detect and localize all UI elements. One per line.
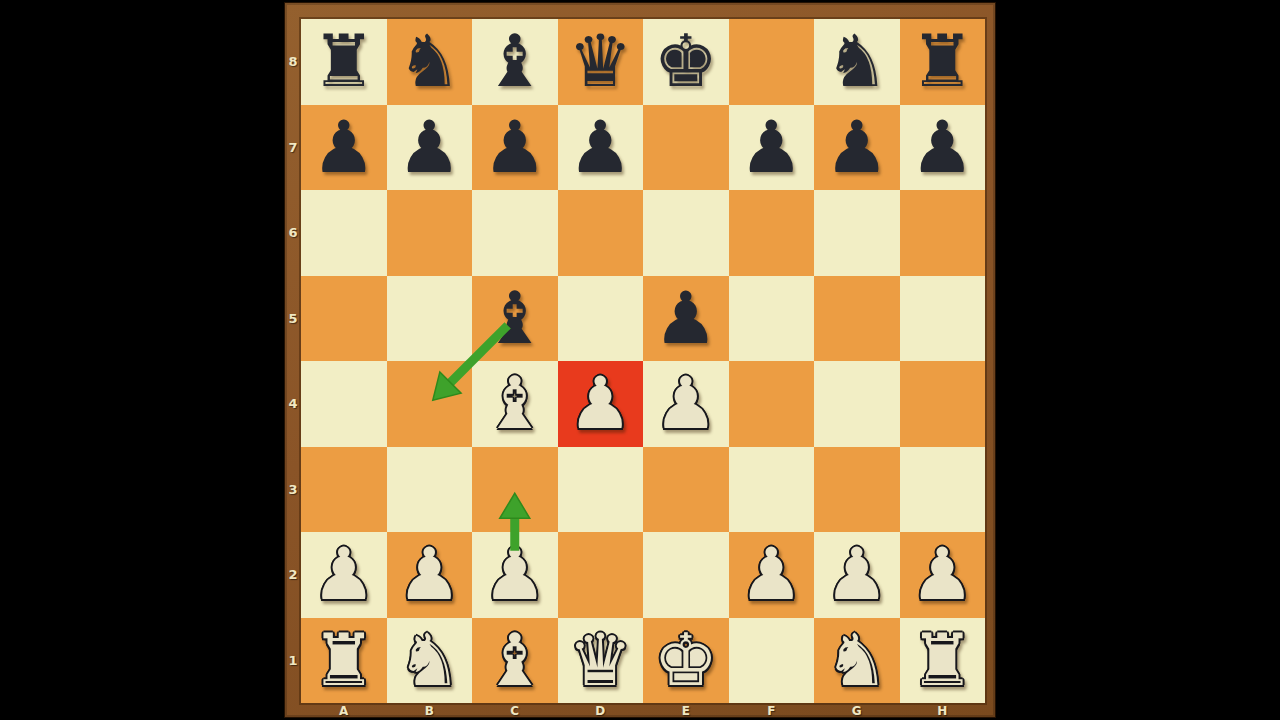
square-b2[interactable]: ♟	[387, 532, 473, 618]
file-label-a: A	[301, 703, 387, 718]
square-c1[interactable]: ♝	[472, 618, 558, 704]
chess-board: ♜♞♝♛♚♞♜♟♟♟♟♟♟♟♝♟♝♟♟♟♟♟♟♟♟♜♞♝♛♚♞♜	[301, 19, 985, 703]
piece-black-pawn-e5[interactable]: ♟	[653, 276, 718, 361]
square-e3[interactable]	[643, 447, 729, 533]
rank-label-1: 1	[285, 618, 301, 704]
piece-black-pawn-b7[interactable]: ♟	[397, 105, 462, 190]
square-e4[interactable]: ♟	[643, 361, 729, 447]
square-f3[interactable]	[729, 447, 815, 533]
piece-white-knight-g1[interactable]: ♞	[824, 618, 889, 703]
square-h8[interactable]: ♜	[900, 19, 986, 105]
piece-black-pawn-g7[interactable]: ♟	[824, 105, 889, 190]
square-b5[interactable]	[387, 276, 473, 362]
square-h6[interactable]	[900, 190, 986, 276]
piece-white-pawn-g2[interactable]: ♟	[824, 532, 889, 617]
rank-label-6: 6	[285, 190, 301, 276]
square-f4[interactable]	[729, 361, 815, 447]
square-a1[interactable]: ♜	[301, 618, 387, 704]
piece-black-king-e8[interactable]: ♚	[653, 19, 718, 104]
piece-black-pawn-d7[interactable]: ♟	[568, 105, 633, 190]
square-e8[interactable]: ♚	[643, 19, 729, 105]
piece-black-knight-b8[interactable]: ♞	[397, 19, 462, 104]
square-h7[interactable]: ♟	[900, 105, 986, 191]
square-h4[interactable]	[900, 361, 986, 447]
piece-white-pawn-c2[interactable]: ♟	[482, 532, 547, 617]
square-c2[interactable]: ♟	[472, 532, 558, 618]
square-d7[interactable]: ♟	[558, 105, 644, 191]
piece-black-bishop-c5[interactable]: ♝	[482, 276, 547, 361]
file-label-d: D	[558, 703, 644, 718]
square-a7[interactable]: ♟	[301, 105, 387, 191]
square-d3[interactable]	[558, 447, 644, 533]
piece-white-bishop-c1[interactable]: ♝	[482, 618, 547, 703]
square-c8[interactable]: ♝	[472, 19, 558, 105]
file-label-e: E	[643, 703, 729, 718]
file-label-b: B	[387, 703, 473, 718]
square-c3[interactable]	[472, 447, 558, 533]
video-letterbox-background: 87654321 ♜♞♝♛♚♞♜♟♟♟♟♟♟♟♝♟♝♟♟♟♟♟♟♟♟♜♞♝♛♚♞…	[0, 0, 1280, 720]
square-b6[interactable]	[387, 190, 473, 276]
square-c5[interactable]: ♝	[472, 276, 558, 362]
piece-white-queen-d1[interactable]: ♛	[568, 618, 633, 703]
square-g4[interactable]	[814, 361, 900, 447]
square-c4[interactable]: ♝	[472, 361, 558, 447]
square-a6[interactable]	[301, 190, 387, 276]
square-f7[interactable]: ♟	[729, 105, 815, 191]
piece-black-pawn-h7[interactable]: ♟	[910, 105, 975, 190]
rank-label-3: 3	[285, 447, 301, 533]
square-a2[interactable]: ♟	[301, 532, 387, 618]
square-g5[interactable]	[814, 276, 900, 362]
file-label-h: H	[900, 703, 986, 718]
piece-white-pawn-d4[interactable]: ♟	[568, 361, 633, 446]
file-label-c: C	[472, 703, 558, 718]
square-g1[interactable]: ♞	[814, 618, 900, 704]
square-c7[interactable]: ♟	[472, 105, 558, 191]
square-a4[interactable]	[301, 361, 387, 447]
square-a8[interactable]: ♜	[301, 19, 387, 105]
piece-black-bishop-c8[interactable]: ♝	[482, 19, 547, 104]
square-f8[interactable]	[729, 19, 815, 105]
square-e7[interactable]	[643, 105, 729, 191]
piece-white-rook-h1[interactable]: ♜	[910, 618, 975, 703]
square-d1[interactable]: ♛	[558, 618, 644, 704]
square-a3[interactable]	[301, 447, 387, 533]
square-g8[interactable]: ♞	[814, 19, 900, 105]
piece-black-pawn-f7[interactable]: ♟	[739, 105, 804, 190]
piece-white-pawn-h2[interactable]: ♟	[910, 532, 975, 617]
piece-black-pawn-c7[interactable]: ♟	[482, 105, 547, 190]
file-coordinates: ABCDEFGH	[301, 703, 985, 718]
square-h5[interactable]	[900, 276, 986, 362]
piece-black-rook-a8[interactable]: ♜	[311, 19, 376, 104]
square-a5[interactable]	[301, 276, 387, 362]
square-g7[interactable]: ♟	[814, 105, 900, 191]
square-g2[interactable]: ♟	[814, 532, 900, 618]
square-g3[interactable]	[814, 447, 900, 533]
square-h3[interactable]	[900, 447, 986, 533]
piece-white-king-e1[interactable]: ♚	[653, 618, 718, 703]
piece-white-pawn-b2[interactable]: ♟	[397, 532, 462, 617]
square-h2[interactable]: ♟	[900, 532, 986, 618]
file-label-g: G	[814, 703, 900, 718]
square-f2[interactable]: ♟	[729, 532, 815, 618]
square-e1[interactable]: ♚	[643, 618, 729, 704]
rank-label-7: 7	[285, 105, 301, 191]
chess-board-frame: 87654321 ♜♞♝♛♚♞♜♟♟♟♟♟♟♟♝♟♝♟♟♟♟♟♟♟♟♜♞♝♛♚♞…	[284, 2, 996, 718]
square-f1[interactable]	[729, 618, 815, 704]
square-c6[interactable]	[472, 190, 558, 276]
rank-coordinates: 87654321	[285, 19, 301, 703]
rank-label-2: 2	[285, 532, 301, 618]
square-d6[interactable]	[558, 190, 644, 276]
piece-black-queen-d8[interactable]: ♛	[568, 19, 633, 104]
piece-white-rook-a1[interactable]: ♜	[311, 618, 376, 703]
square-g6[interactable]	[814, 190, 900, 276]
square-b8[interactable]: ♞	[387, 19, 473, 105]
square-d5[interactable]	[558, 276, 644, 362]
file-label-f: F	[729, 703, 815, 718]
square-e6[interactable]	[643, 190, 729, 276]
piece-white-knight-b1[interactable]: ♞	[397, 618, 462, 703]
square-d4[interactable]: ♟	[558, 361, 644, 447]
piece-white-pawn-a2[interactable]: ♟	[311, 532, 376, 617]
square-f6[interactable]	[729, 190, 815, 276]
rank-label-4: 4	[285, 361, 301, 447]
square-b4[interactable]	[387, 361, 473, 447]
rank-label-8: 8	[285, 19, 301, 105]
piece-white-bishop-c4[interactable]: ♝	[482, 361, 547, 446]
square-d8[interactable]: ♛	[558, 19, 644, 105]
piece-black-knight-g8[interactable]: ♞	[824, 19, 889, 104]
square-d2[interactable]	[558, 532, 644, 618]
piece-black-pawn-a7[interactable]: ♟	[311, 105, 376, 190]
rank-label-5: 5	[285, 276, 301, 362]
square-e2[interactable]	[643, 532, 729, 618]
piece-white-pawn-e4[interactable]: ♟	[653, 361, 718, 446]
square-h1[interactable]: ♜	[900, 618, 986, 704]
square-b7[interactable]: ♟	[387, 105, 473, 191]
square-b3[interactable]	[387, 447, 473, 533]
square-f5[interactable]	[729, 276, 815, 362]
piece-white-pawn-f2[interactable]: ♟	[739, 532, 804, 617]
square-b1[interactable]: ♞	[387, 618, 473, 704]
square-e5[interactable]: ♟	[643, 276, 729, 362]
piece-black-rook-h8[interactable]: ♜	[910, 19, 975, 104]
